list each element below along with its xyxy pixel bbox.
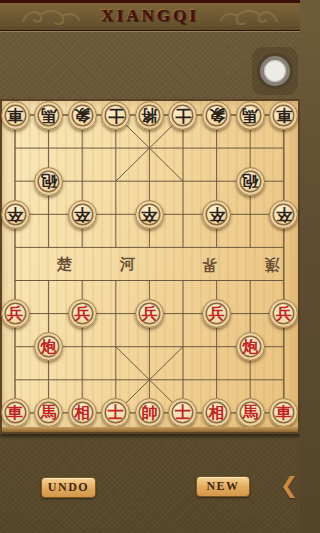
board-bottom-bevel [2, 427, 298, 432]
piece-glyph: 馬 [242, 405, 258, 421]
piece-red-advisor[interactable]: 士 [168, 398, 197, 427]
piece-black-cannon[interactable]: 砲 [34, 167, 63, 196]
piece-glyph: 帥 [141, 405, 157, 421]
piece-red-elephant[interactable]: 相 [202, 398, 231, 427]
title-bar: XIANGQI [0, 0, 300, 31]
piece-red-soldier[interactable]: 兵 [1, 299, 30, 328]
piece-glyph: 馬 [41, 107, 57, 123]
piece-red-general[interactable]: 帥 [135, 398, 164, 427]
piece-red-soldier[interactable]: 兵 [269, 299, 298, 328]
piece-black-soldier[interactable]: 卒 [68, 200, 97, 229]
board-grid[interactable]: 車馬象士將士象馬車砲砲卒卒卒卒卒兵兵兵兵兵炮炮車馬相士帥士相馬車 [0, 99, 300, 430]
piece-black-horse[interactable]: 馬 [34, 101, 63, 130]
piece-glyph: 車 [276, 107, 292, 123]
piece-glyph: 兵 [7, 306, 23, 322]
piece-black-elephant[interactable]: 象 [68, 101, 97, 130]
piece-glyph: 炮 [242, 339, 258, 355]
piece-glyph: 士 [175, 405, 191, 421]
piece-glyph: 卒 [7, 206, 23, 222]
back-chevron-icon[interactable]: ❮ [279, 474, 299, 498]
piece-red-cannon[interactable]: 炮 [236, 332, 265, 361]
piece-red-soldier[interactable]: 兵 [202, 299, 231, 328]
new-game-button[interactable]: NEW [196, 476, 250, 497]
piece-glyph: 馬 [242, 107, 258, 123]
undo-button[interactable]: UNDO [41, 477, 96, 498]
piece-glyph: 兵 [74, 306, 90, 322]
piece-glyph: 象 [74, 107, 90, 123]
piece-black-chariot[interactable]: 車 [1, 101, 30, 130]
piece-glyph: 兵 [209, 306, 225, 322]
piece-red-advisor[interactable]: 士 [101, 398, 130, 427]
piece-red-cannon[interactable]: 炮 [34, 332, 63, 361]
piece-glyph: 卒 [141, 206, 157, 222]
piece-red-chariot[interactable]: 車 [269, 398, 298, 427]
piece-glyph: 象 [209, 107, 225, 123]
piece-glyph: 卒 [276, 206, 292, 222]
piece-black-soldier[interactable]: 卒 [202, 200, 231, 229]
piece-red-horse[interactable]: 馬 [236, 398, 265, 427]
piece-red-soldier[interactable]: 兵 [135, 299, 164, 328]
dragon-ornament-right [218, 7, 280, 29]
piece-glyph: 士 [108, 107, 124, 123]
piece-glyph: 兵 [141, 306, 157, 322]
piece-glyph: 砲 [41, 173, 57, 189]
piece-black-advisor[interactable]: 士 [168, 101, 197, 130]
piece-glyph: 士 [175, 107, 191, 123]
piece-glyph: 炮 [41, 339, 57, 355]
piece-glyph: 兵 [276, 306, 292, 322]
piece-glyph: 將 [141, 107, 157, 123]
piece-glyph: 車 [7, 107, 23, 123]
piece-red-horse[interactable]: 馬 [34, 398, 63, 427]
piece-glyph: 車 [276, 405, 292, 421]
piece-red-chariot[interactable]: 車 [1, 398, 30, 427]
piece-red-elephant[interactable]: 相 [68, 398, 97, 427]
piece-black-advisor[interactable]: 士 [101, 101, 130, 130]
piece-black-chariot[interactable]: 車 [269, 101, 298, 130]
piece-glyph: 馬 [41, 405, 57, 421]
piece-glyph: 車 [7, 405, 23, 421]
camera-shutter-button[interactable] [260, 56, 290, 86]
piece-black-elephant[interactable]: 象 [202, 101, 231, 130]
xiangqi-board: 楚 河 漢 界 車馬象士將士象馬車砲砲卒卒卒卒卒兵兵兵兵兵炮炮車馬相士帥士相馬車 [0, 99, 300, 434]
piece-black-soldier[interactable]: 卒 [1, 200, 30, 229]
piece-glyph: 士 [108, 405, 124, 421]
piece-black-soldier[interactable]: 卒 [135, 200, 164, 229]
camera-button-well [252, 47, 298, 95]
piece-black-horse[interactable]: 馬 [236, 101, 265, 130]
piece-black-soldier[interactable]: 卒 [269, 200, 298, 229]
piece-glyph: 相 [74, 405, 90, 421]
piece-red-soldier[interactable]: 兵 [68, 299, 97, 328]
piece-glyph: 卒 [209, 206, 225, 222]
piece-glyph: 砲 [242, 173, 258, 189]
piece-glyph: 卒 [74, 206, 90, 222]
piece-black-cannon[interactable]: 砲 [236, 167, 265, 196]
piece-glyph: 相 [209, 405, 225, 421]
piece-black-general[interactable]: 將 [135, 101, 164, 130]
